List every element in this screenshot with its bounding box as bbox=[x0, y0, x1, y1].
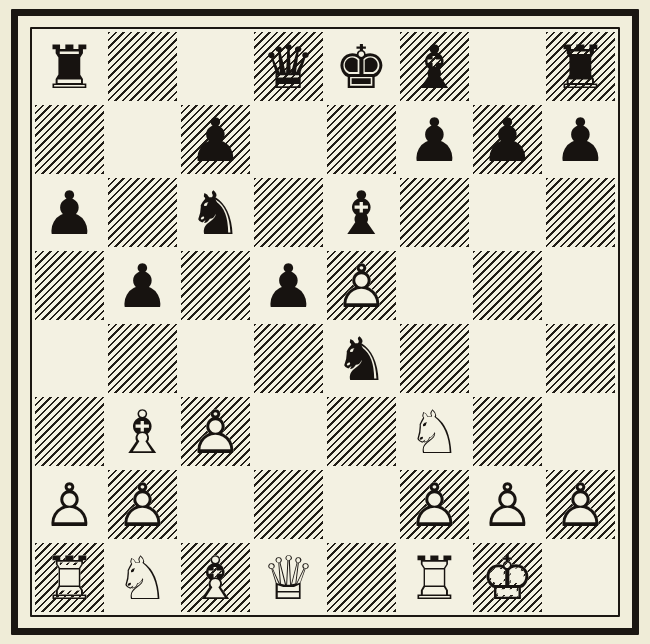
square-g7: ♟ bbox=[471, 103, 544, 176]
square-e6: ♝ bbox=[325, 176, 398, 249]
square-h8: ♜ bbox=[544, 30, 617, 103]
board-border: ♜♛♚♝♜♟♟♟♟♟♞♝♟♟♟♙♞♝♗♟♙♞♘♟♙♟♙♟♙♟♙♟♙♜♖♞♘♝♗♛… bbox=[30, 27, 620, 617]
square-g2: ♟♙ bbox=[471, 468, 544, 541]
square-c1: ♝♗ bbox=[179, 541, 252, 614]
square-f5 bbox=[398, 249, 471, 322]
square-a1: ♜♖ bbox=[33, 541, 106, 614]
black-pawn-d5: ♟ bbox=[252, 249, 325, 322]
white-knight-f3: ♘ bbox=[398, 395, 471, 468]
square-g4 bbox=[471, 322, 544, 395]
square-h1 bbox=[544, 541, 617, 614]
square-f3: ♞♘ bbox=[398, 395, 471, 468]
square-e3 bbox=[325, 395, 398, 468]
square-f1: ♜♖ bbox=[398, 541, 471, 614]
square-h6 bbox=[544, 176, 617, 249]
square-h3 bbox=[544, 395, 617, 468]
square-g1: ♚♔ bbox=[471, 541, 544, 614]
square-c7: ♟ bbox=[179, 103, 252, 176]
square-e5: ♟♙ bbox=[325, 249, 398, 322]
square-f4 bbox=[398, 322, 471, 395]
square-e7 bbox=[325, 103, 398, 176]
square-a2: ♟♙ bbox=[33, 468, 106, 541]
black-pawn-f7: ♟ bbox=[398, 103, 471, 176]
black-queen-d8: ♛ bbox=[252, 30, 325, 103]
black-knight-e4: ♞ bbox=[325, 322, 398, 395]
black-bishop-f8: ♝ bbox=[398, 30, 471, 103]
square-d5: ♟ bbox=[252, 249, 325, 322]
square-a6: ♟ bbox=[33, 176, 106, 249]
square-b6 bbox=[106, 176, 179, 249]
square-c5 bbox=[179, 249, 252, 322]
white-bishop-b3: ♗ bbox=[106, 395, 179, 468]
white-knight-b1: ♘ bbox=[106, 541, 179, 614]
square-h7: ♟ bbox=[544, 103, 617, 176]
white-rook-f1: ♖ bbox=[398, 541, 471, 614]
white-pawn-a2: ♙ bbox=[33, 468, 106, 541]
white-queen-d1: ♕ bbox=[252, 541, 325, 614]
square-d3 bbox=[252, 395, 325, 468]
square-d2 bbox=[252, 468, 325, 541]
black-pawn-a6: ♟ bbox=[33, 176, 106, 249]
square-g5 bbox=[471, 249, 544, 322]
square-c8 bbox=[179, 30, 252, 103]
white-pawn-g2: ♙ bbox=[471, 468, 544, 541]
square-f8: ♝ bbox=[398, 30, 471, 103]
square-f2: ♟♙ bbox=[398, 468, 471, 541]
square-b5: ♟ bbox=[106, 249, 179, 322]
white-pawn-b2: ♙ bbox=[106, 468, 179, 541]
square-b4 bbox=[106, 322, 179, 395]
diagram-frame: ♜♛♚♝♜♟♟♟♟♟♞♝♟♟♟♙♞♝♗♟♙♞♘♟♙♟♙♟♙♟♙♟♙♜♖♞♘♝♗♛… bbox=[11, 9, 639, 635]
white-pawn-h2: ♙ bbox=[544, 468, 617, 541]
square-d7 bbox=[252, 103, 325, 176]
square-c4 bbox=[179, 322, 252, 395]
square-b3: ♝♗ bbox=[106, 395, 179, 468]
black-knight-c6: ♞ bbox=[179, 176, 252, 249]
square-f7: ♟ bbox=[398, 103, 471, 176]
square-c6: ♞ bbox=[179, 176, 252, 249]
square-e2 bbox=[325, 468, 398, 541]
square-e4: ♞ bbox=[325, 322, 398, 395]
white-rook-a1: ♖ bbox=[33, 541, 106, 614]
square-b2: ♟♙ bbox=[106, 468, 179, 541]
square-g3 bbox=[471, 395, 544, 468]
square-h2: ♟♙ bbox=[544, 468, 617, 541]
black-pawn-g7: ♟ bbox=[471, 103, 544, 176]
black-rook-a8: ♜ bbox=[33, 30, 106, 103]
square-c2 bbox=[179, 468, 252, 541]
chess-board: ♜♛♚♝♜♟♟♟♟♟♞♝♟♟♟♙♞♝♗♟♙♞♘♟♙♟♙♟♙♟♙♟♙♜♖♞♘♝♗♛… bbox=[33, 30, 617, 614]
square-d6 bbox=[252, 176, 325, 249]
square-h5 bbox=[544, 249, 617, 322]
square-b8 bbox=[106, 30, 179, 103]
square-g8 bbox=[471, 30, 544, 103]
white-pawn-c3: ♙ bbox=[179, 395, 252, 468]
white-king-g1: ♔ bbox=[471, 541, 544, 614]
white-bishop-c1: ♗ bbox=[179, 541, 252, 614]
white-pawn-f2: ♙ bbox=[398, 468, 471, 541]
square-g6 bbox=[471, 176, 544, 249]
square-e8: ♚ bbox=[325, 30, 398, 103]
square-f6 bbox=[398, 176, 471, 249]
black-pawn-b5: ♟ bbox=[106, 249, 179, 322]
black-bishop-e6: ♝ bbox=[325, 176, 398, 249]
black-pawn-h7: ♟ bbox=[544, 103, 617, 176]
square-c3: ♟♙ bbox=[179, 395, 252, 468]
square-a7 bbox=[33, 103, 106, 176]
square-b1: ♞♘ bbox=[106, 541, 179, 614]
square-h4 bbox=[544, 322, 617, 395]
square-d4 bbox=[252, 322, 325, 395]
square-a4 bbox=[33, 322, 106, 395]
square-e1 bbox=[325, 541, 398, 614]
white-pawn-e5: ♙ bbox=[325, 249, 398, 322]
square-a5 bbox=[33, 249, 106, 322]
square-b7 bbox=[106, 103, 179, 176]
square-a3 bbox=[33, 395, 106, 468]
square-d8: ♛ bbox=[252, 30, 325, 103]
black-pawn-c7: ♟ bbox=[179, 103, 252, 176]
black-rook-h8: ♜ bbox=[544, 30, 617, 103]
square-d1: ♛♕ bbox=[252, 541, 325, 614]
black-king-e8: ♚ bbox=[325, 30, 398, 103]
square-a8: ♜ bbox=[33, 30, 106, 103]
